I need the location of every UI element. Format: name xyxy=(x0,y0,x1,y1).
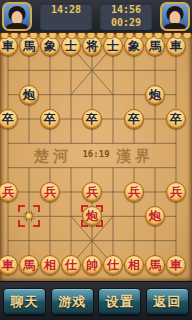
piece-red[interactable]: 車 xyxy=(0,255,18,275)
right-player-move-time: 00:29 xyxy=(100,16,152,29)
piece-red[interactable]: 兵 xyxy=(166,182,186,202)
piece-red[interactable]: 兵 xyxy=(40,182,60,202)
top-bar: 14:28 14:56 00:29 xyxy=(0,0,192,34)
marker-corner xyxy=(18,220,25,227)
portrait-shoulders-icon xyxy=(6,23,28,31)
portrait-shoulders-icon xyxy=(164,23,186,31)
piece-red[interactable]: 仕 xyxy=(61,255,81,275)
piece-red[interactable]: 炮 xyxy=(145,206,165,226)
piece-red[interactable]: 仕 xyxy=(103,255,123,275)
right-player-time: 14:56 xyxy=(100,3,152,16)
left-player-time: 14:28 xyxy=(40,3,92,16)
piece-red[interactable]: 相 xyxy=(40,255,60,275)
marker-corner xyxy=(18,205,25,212)
board-grid[interactable]: 車馬象士将士象馬車炮炮卒卒卒卒卒兵兵兵兵兵炮炮車馬相仕帥仕相馬車 xyxy=(0,34,187,277)
marker-corner xyxy=(33,205,40,212)
piece-black[interactable]: 卒 xyxy=(0,109,18,129)
piece-black[interactable]: 卒 xyxy=(124,109,144,129)
game-button[interactable]: 游戏 xyxy=(51,288,94,315)
piece-red[interactable]: 馬 xyxy=(19,255,39,275)
piece-red[interactable]: 兵 xyxy=(124,182,144,202)
piece-black[interactable]: 卒 xyxy=(166,109,186,129)
piece-red[interactable]: 車 xyxy=(166,255,186,275)
piece-red[interactable]: 兵 xyxy=(82,182,102,202)
settings-button[interactable]: 设置 xyxy=(98,288,141,315)
marker-corner xyxy=(33,220,40,227)
last-move-origin-marker xyxy=(18,205,40,227)
piece-black[interactable]: 卒 xyxy=(40,109,60,129)
piece-black[interactable]: 卒 xyxy=(82,109,102,129)
bottom-bar: 聊天 游戏 设置 返回 xyxy=(0,281,192,320)
piece-red[interactable]: 相 xyxy=(124,255,144,275)
left-player-timer: 14:28 xyxy=(40,3,92,30)
right-player-timer: 14:56 00:29 xyxy=(100,3,152,30)
piece-black[interactable]: 炮 xyxy=(145,85,165,105)
marker-origin-dot xyxy=(25,212,33,220)
chat-button[interactable]: 聊天 xyxy=(3,288,46,315)
piece-red[interactable]: 兵 xyxy=(0,182,18,202)
piece-black[interactable]: 炮 xyxy=(19,85,39,105)
player-avatar-right[interactable] xyxy=(160,2,190,31)
board-top-trim xyxy=(0,33,192,40)
piece-red[interactable]: 馬 xyxy=(145,255,165,275)
xiangqi-board[interactable]: 楚河 16:19 漢界 車馬象士将士象馬車炮炮卒卒卒卒卒兵兵兵兵兵炮炮車馬相仕帥… xyxy=(0,34,192,281)
back-button[interactable]: 返回 xyxy=(146,288,189,315)
player-avatar-left[interactable] xyxy=(2,2,32,31)
piece-red[interactable]: 帥 xyxy=(82,255,102,275)
